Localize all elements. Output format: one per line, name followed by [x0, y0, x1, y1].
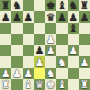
square-c5[interactable]	[23, 34, 34, 45]
white-queen[interactable]: ♛	[35, 79, 44, 89]
white-knight[interactable]: ♞	[46, 68, 55, 78]
square-d4[interactable]: ♟	[34, 45, 45, 56]
square-e8[interactable]: ♚	[45, 0, 56, 11]
square-d6[interactable]	[34, 23, 45, 34]
square-c8[interactable]	[23, 0, 34, 11]
square-h1[interactable]: ♜	[79, 79, 90, 90]
square-e3[interactable]	[45, 56, 56, 67]
black-knight[interactable]: ♞	[12, 0, 21, 10]
square-g3[interactable]	[68, 56, 79, 67]
white-pawn[interactable]: ♟	[12, 68, 21, 78]
square-g2[interactable]	[68, 68, 79, 79]
white-pawn[interactable]: ♟	[35, 56, 44, 66]
black-knight[interactable]: ♞	[68, 0, 77, 10]
white-king[interactable]: ♚	[46, 79, 55, 89]
black-pawn[interactable]: ♟	[35, 45, 44, 55]
square-c7[interactable]: ♟	[23, 11, 34, 22]
black-bishop[interactable]: ♝	[57, 0, 66, 10]
white-pawn[interactable]: ♟	[46, 34, 55, 44]
square-d3[interactable]: ♟	[34, 56, 45, 67]
square-g4[interactable]: ♟	[68, 45, 79, 56]
square-c3[interactable]	[23, 56, 34, 67]
square-c1[interactable]: ♝	[23, 79, 34, 90]
square-e7[interactable]: ♛	[45, 11, 56, 22]
square-b3[interactable]	[11, 56, 22, 67]
square-a1[interactable]: ♜	[0, 79, 11, 90]
square-b2[interactable]: ♟	[11, 68, 22, 79]
square-h6[interactable]	[79, 23, 90, 34]
white-knight[interactable]: ♞	[57, 56, 66, 66]
square-g5[interactable]	[68, 34, 79, 45]
chess-board: ♜♞♚♝♞♜♟♟♟♛♟♟♟♝♟♟♟♟♟♞♟♟♟♟♞♜♝♛♚♝♜	[0, 0, 90, 90]
black-pawn[interactable]: ♟	[23, 11, 32, 21]
square-f5[interactable]	[56, 34, 67, 45]
square-d5[interactable]	[34, 34, 45, 45]
black-pawn[interactable]: ♟	[1, 11, 10, 21]
square-b7[interactable]: ♟	[11, 11, 22, 22]
square-a7[interactable]: ♟	[0, 11, 11, 22]
square-c6[interactable]	[23, 23, 34, 34]
square-h7[interactable]: ♟	[79, 11, 90, 22]
white-rook[interactable]: ♜	[1, 79, 10, 89]
square-b4[interactable]	[11, 45, 22, 56]
square-b8[interactable]: ♞	[11, 0, 22, 11]
square-a2[interactable]: ♟	[0, 68, 11, 79]
black-pawn[interactable]: ♟	[80, 11, 89, 21]
white-pawn[interactable]: ♟	[23, 68, 32, 78]
square-a4[interactable]	[0, 45, 11, 56]
black-pawn[interactable]: ♟	[12, 11, 21, 21]
square-f4[interactable]	[56, 45, 67, 56]
square-e6[interactable]	[45, 23, 56, 34]
square-a3[interactable]	[0, 56, 11, 67]
white-pawn[interactable]: ♟	[80, 56, 89, 66]
square-d1[interactable]: ♛	[34, 79, 45, 90]
square-h8[interactable]: ♜	[79, 0, 90, 11]
square-e2[interactable]: ♞	[45, 68, 56, 79]
black-bishop[interactable]: ♝	[68, 23, 77, 33]
square-f7[interactable]: ♟	[56, 11, 67, 22]
square-f6[interactable]	[56, 23, 67, 34]
square-g7[interactable]: ♟	[68, 11, 79, 22]
square-f2[interactable]	[56, 68, 67, 79]
white-pawn[interactable]: ♟	[46, 45, 55, 55]
white-pawn[interactable]: ♟	[1, 68, 10, 78]
square-g6[interactable]: ♝	[68, 23, 79, 34]
square-f1[interactable]: ♝	[56, 79, 67, 90]
black-king[interactable]: ♚	[46, 0, 55, 10]
black-pawn[interactable]: ♟	[68, 11, 77, 21]
square-e5[interactable]: ♟	[45, 34, 56, 45]
black-rook[interactable]: ♜	[80, 0, 89, 10]
square-e1[interactable]: ♚	[45, 79, 56, 90]
white-rook[interactable]: ♜	[80, 79, 89, 89]
square-e4[interactable]: ♟	[45, 45, 56, 56]
black-queen[interactable]: ♛	[46, 11, 55, 21]
square-h5[interactable]	[79, 34, 90, 45]
square-h3[interactable]: ♟	[79, 56, 90, 67]
square-b1[interactable]	[11, 79, 22, 90]
square-h4[interactable]	[79, 45, 90, 56]
square-g1[interactable]	[68, 79, 79, 90]
square-h2[interactable]	[79, 68, 90, 79]
square-d8[interactable]	[34, 0, 45, 11]
square-f3[interactable]: ♞	[56, 56, 67, 67]
white-bishop[interactable]: ♝	[23, 79, 32, 89]
black-rook[interactable]: ♜	[1, 0, 10, 10]
white-pawn[interactable]: ♟	[68, 45, 77, 55]
square-d2[interactable]	[34, 68, 45, 79]
white-bishop[interactable]: ♝	[57, 79, 66, 89]
black-pawn[interactable]: ♟	[57, 11, 66, 21]
square-f8[interactable]: ♝	[56, 0, 67, 11]
square-b5[interactable]	[11, 34, 22, 45]
square-b6[interactable]	[11, 23, 22, 34]
square-d7[interactable]	[34, 11, 45, 22]
square-a8[interactable]: ♜	[0, 0, 11, 11]
square-c2[interactable]: ♟	[23, 68, 34, 79]
square-a5[interactable]	[0, 34, 11, 45]
square-a6[interactable]	[0, 23, 11, 34]
square-c4[interactable]	[23, 45, 34, 56]
square-g8[interactable]: ♞	[68, 0, 79, 11]
